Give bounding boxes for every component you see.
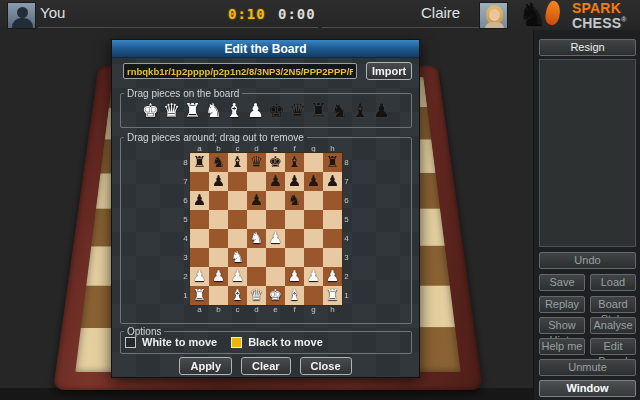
square-b6[interactable] <box>209 191 228 210</box>
square-f1[interactable]: ♝ <box>285 286 304 305</box>
white-to-move-checkbox[interactable] <box>125 337 136 348</box>
player-you-clock: 0:10 <box>228 6 266 22</box>
black-k-piece[interactable]: ♚ <box>266 153 285 172</box>
dialog-buttons: Apply Clear Close <box>112 357 419 375</box>
square-b5[interactable] <box>209 210 228 229</box>
white-b-piece[interactable]: ♝ <box>228 286 247 305</box>
top-bar: You 0:10 0:00 Claire ♞ SPARK CHESS® <box>0 0 640 30</box>
palette-black-p-piece[interactable]: ♟ <box>372 98 392 122</box>
edit-board-dialog: Edit the Board Import Drag pieces on the… <box>111 39 420 378</box>
coord-label-h: h <box>323 305 342 314</box>
dialog-title: Edit the Board <box>112 40 419 58</box>
clear-button[interactable]: Clear <box>241 357 291 375</box>
black-b-piece[interactable]: ♝ <box>228 153 247 172</box>
square-c7[interactable] <box>228 172 247 191</box>
square-d5[interactable] <box>247 210 266 229</box>
analyse-button[interactable]: Analyse <box>590 317 636 334</box>
white-n-piece[interactable]: ♞ <box>247 229 266 248</box>
square-c3[interactable]: ♞ <box>228 248 247 267</box>
white-to-move-label: White to move <box>142 336 217 348</box>
piece-palette-fieldset: Drag pieces on the board ♚♛♜♞♝♟♚♛♜♞♝♟ <box>120 88 412 128</box>
player-you-name: You <box>40 4 65 21</box>
file-labels-bottom: abcdefgh <box>190 305 342 314</box>
black-r-piece[interactable]: ♜ <box>323 153 342 172</box>
square-c1[interactable]: ♝ <box>228 286 247 305</box>
square-a1[interactable]: ♜ <box>190 286 209 305</box>
square-f6[interactable]: ♞ <box>285 191 304 210</box>
edit-board-fieldset: Drag pieces around; drag out to remove a… <box>120 132 412 324</box>
replay-button[interactable]: Replay <box>539 296 585 313</box>
white-r-piece[interactable]: ♜ <box>190 286 209 305</box>
square-e7[interactable]: ♟ <box>266 172 285 191</box>
square-b3[interactable] <box>209 248 228 267</box>
edit-board-with-coords: abcdefgh 87654321 ♜♞♝♛♚♝♜♟♟♟♟♟♟♟♞♞♟♞♟♟♟♟… <box>181 144 351 314</box>
knight-logo-icon: ♞ <box>518 0 546 32</box>
palette-black-k-piece[interactable]: ♚ <box>267 98 287 122</box>
square-d1[interactable]: ♛ <box>247 286 266 305</box>
edit-board-button[interactable]: Edit Board <box>590 338 636 355</box>
square-d8[interactable]: ♛ <box>247 153 266 172</box>
palette-black-q-piece[interactable]: ♛ <box>288 98 308 122</box>
black-p-piece[interactable]: ♟ <box>209 172 228 191</box>
person-silhouette-icon <box>17 7 28 18</box>
square-g3[interactable] <box>304 248 323 267</box>
save-button[interactable]: Save <box>539 274 585 291</box>
square-d2[interactable] <box>247 267 266 286</box>
square-a2[interactable]: ♟ <box>190 267 209 286</box>
palette-black-n-piece[interactable]: ♞ <box>330 98 350 122</box>
square-f5[interactable] <box>285 210 304 229</box>
palette-white-r-piece[interactable]: ♜ <box>183 98 203 122</box>
player-you-avatar <box>7 2 36 29</box>
black-p-piece[interactable]: ♟ <box>285 172 304 191</box>
black-p-piece[interactable]: ♟ <box>247 191 266 210</box>
palette-black-b-piece[interactable]: ♝ <box>351 98 371 122</box>
palette-white-q-piece[interactable]: ♛ <box>162 98 182 122</box>
square-a5[interactable] <box>190 210 209 229</box>
logo-wordmark: SPARK CHESS® <box>572 2 627 29</box>
square-b2[interactable]: ♟ <box>209 267 228 286</box>
player-claire-clock: 0:00 <box>278 6 316 22</box>
black-n-piece[interactable]: ♞ <box>285 191 304 210</box>
square-b8[interactable]: ♞ <box>209 153 228 172</box>
square-g4[interactable] <box>304 229 323 248</box>
square-e4[interactable]: ♟ <box>266 229 285 248</box>
square-e2[interactable] <box>266 267 285 286</box>
white-n-piece[interactable]: ♞ <box>228 248 247 267</box>
square-g7[interactable]: ♟ <box>304 172 323 191</box>
black-r-piece[interactable]: ♜ <box>190 153 209 172</box>
square-b4[interactable] <box>209 229 228 248</box>
square-d6[interactable]: ♟ <box>247 191 266 210</box>
coord-label-7: 7 <box>342 172 351 191</box>
black-p-piece[interactable]: ♟ <box>323 172 342 191</box>
black-p-piece[interactable]: ♟ <box>304 172 323 191</box>
black-p-piece[interactable]: ♟ <box>190 191 209 210</box>
square-c8[interactable]: ♝ <box>228 153 247 172</box>
black-p-piece[interactable]: ♟ <box>266 172 285 191</box>
square-g8[interactable] <box>304 153 323 172</box>
square-d4[interactable]: ♞ <box>247 229 266 248</box>
square-b1[interactable] <box>209 286 228 305</box>
app-window: You 0:10 0:00 Claire ♞ SPARK CHESS® Resi… <box>0 0 640 400</box>
coord-label-8: 8 <box>342 153 351 172</box>
coord-label-4: 4 <box>342 229 351 248</box>
square-a6[interactable]: ♟ <box>190 191 209 210</box>
help-me-button[interactable]: Help me <box>539 338 585 355</box>
coord-label-d: d <box>247 305 266 314</box>
square-c4[interactable] <box>228 229 247 248</box>
white-p-piece[interactable]: ♟ <box>190 267 209 286</box>
square-f3[interactable] <box>285 248 304 267</box>
right-sidebar: Resign UndoSaveLoadReplayBoard StyleShow… <box>533 30 640 400</box>
coord-label-2: 2 <box>342 267 351 286</box>
palette-white-n-piece[interactable]: ♞ <box>204 98 224 122</box>
square-g5[interactable] <box>304 210 323 229</box>
square-h2[interactable]: ♟ <box>323 267 342 286</box>
square-h8[interactable]: ♜ <box>323 153 342 172</box>
unmute-button[interactable]: Unmute <box>539 359 636 376</box>
square-e5[interactable] <box>266 210 285 229</box>
square-f4[interactable] <box>285 229 304 248</box>
black-b-piece[interactable]: ♝ <box>285 153 304 172</box>
rank-labels-right: 87654321 <box>342 153 351 305</box>
coord-label-6: 6 <box>342 191 351 210</box>
board-legend: Drag pieces around; drag out to remove <box>124 132 307 143</box>
white-p-piece[interactable]: ♟ <box>323 267 342 286</box>
logo-flame-mane <box>543 0 562 26</box>
coord-label-f: f <box>285 305 304 314</box>
edit-board-grid: ♜♞♝♛♚♝♜♟♟♟♟♟♟♟♞♞♟♞♟♟♟♟♟♟♜♝♛♚♝♜ <box>189 152 343 306</box>
square-c6[interactable] <box>228 191 247 210</box>
registered-mark: ® <box>621 16 626 23</box>
board-style-button[interactable]: Board Style <box>590 296 636 313</box>
coord-label-g: g <box>304 305 323 314</box>
white-k-piece[interactable]: ♚ <box>266 286 285 305</box>
square-e3[interactable] <box>266 248 285 267</box>
resign-button[interactable]: Resign <box>539 39 636 56</box>
white-p-piece[interactable]: ♟ <box>285 267 304 286</box>
square-d3[interactable] <box>247 248 266 267</box>
square-g2[interactable]: ♟ <box>304 267 323 286</box>
black-to-move-label: Black to move <box>248 336 323 348</box>
undo-button[interactable]: Undo <box>539 252 636 269</box>
options-fieldset: Options White to move Black to move <box>120 326 412 354</box>
move-list-panel[interactable] <box>539 59 636 247</box>
show-hints-button[interactable]: Show Hints <box>539 317 585 334</box>
square-a8[interactable]: ♜ <box>190 153 209 172</box>
square-e6[interactable] <box>266 191 285 210</box>
square-f2[interactable]: ♟ <box>285 267 304 286</box>
white-q-piece[interactable]: ♛ <box>247 286 266 305</box>
square-e1[interactable]: ♚ <box>266 286 285 305</box>
white-p-piece[interactable]: ♟ <box>228 267 247 286</box>
player-claire-avatar <box>479 2 508 29</box>
square-f8[interactable]: ♝ <box>285 153 304 172</box>
window-button[interactable]: Window <box>539 380 636 397</box>
coord-label-5: 5 <box>342 210 351 229</box>
fen-input[interactable] <box>123 63 357 79</box>
coord-label-1: 1 <box>342 286 351 305</box>
square-f7[interactable]: ♟ <box>285 172 304 191</box>
square-c2[interactable]: ♟ <box>228 267 247 286</box>
square-h7[interactable]: ♟ <box>323 172 342 191</box>
white-b-piece[interactable]: ♝ <box>285 286 304 305</box>
black-to-move-checkbox[interactable] <box>231 337 242 348</box>
square-h6[interactable] <box>323 191 342 210</box>
import-button[interactable]: Import <box>366 62 412 80</box>
palette-white-b-piece[interactable]: ♝ <box>225 98 245 122</box>
square-e8[interactable]: ♚ <box>266 153 285 172</box>
logo-chess-text: CHESS® <box>572 14 627 29</box>
square-d7[interactable] <box>247 172 266 191</box>
square-a7[interactable] <box>190 172 209 191</box>
square-h1[interactable]: ♜ <box>323 286 342 305</box>
square-h4[interactable] <box>323 229 342 248</box>
square-a4[interactable] <box>190 229 209 248</box>
coord-label-3: 3 <box>342 248 351 267</box>
white-p-piece[interactable]: ♟ <box>304 267 323 286</box>
player-claire-name: Claire <box>421 4 460 21</box>
person-silhouette-body-icon <box>12 18 33 29</box>
white-p-piece[interactable]: ♟ <box>266 229 285 248</box>
square-g1[interactable] <box>304 286 323 305</box>
square-a3[interactable] <box>190 248 209 267</box>
dialog-titlebar[interactable]: Edit the Board <box>112 40 419 58</box>
logo-spark-text: SPARK <box>572 2 627 14</box>
left-name-divider <box>38 27 318 28</box>
square-g6[interactable] <box>304 191 323 210</box>
square-b7[interactable]: ♟ <box>209 172 228 191</box>
coord-label-b: b <box>209 305 228 314</box>
palette-black-r-piece[interactable]: ♜ <box>309 98 329 122</box>
claire-portrait-face <box>489 9 500 21</box>
square-c5[interactable] <box>228 210 247 229</box>
square-h5[interactable] <box>323 210 342 229</box>
white-p-piece[interactable]: ♟ <box>209 267 228 286</box>
palette-white-k-piece[interactable]: ♚ <box>141 98 161 122</box>
black-q-piece[interactable]: ♛ <box>247 153 266 172</box>
claire-portrait-body <box>485 22 504 29</box>
close-button[interactable]: Close <box>300 357 352 375</box>
coord-label-e: e <box>266 305 285 314</box>
palette-white-p-piece[interactable]: ♟ <box>246 98 266 122</box>
coord-label-a: a <box>190 305 209 314</box>
white-r-piece[interactable]: ♜ <box>323 286 342 305</box>
sparkchess-logo: ♞ SPARK CHESS® <box>512 0 640 30</box>
apply-button[interactable]: Apply <box>179 357 232 375</box>
piece-palette: ♚♛♜♞♝♟♚♛♜♞♝♟ <box>121 98 411 122</box>
square-h3[interactable] <box>323 248 342 267</box>
black-n-piece[interactable]: ♞ <box>209 153 228 172</box>
load-button[interactable]: Load <box>590 274 636 291</box>
coord-label-c: c <box>228 305 247 314</box>
